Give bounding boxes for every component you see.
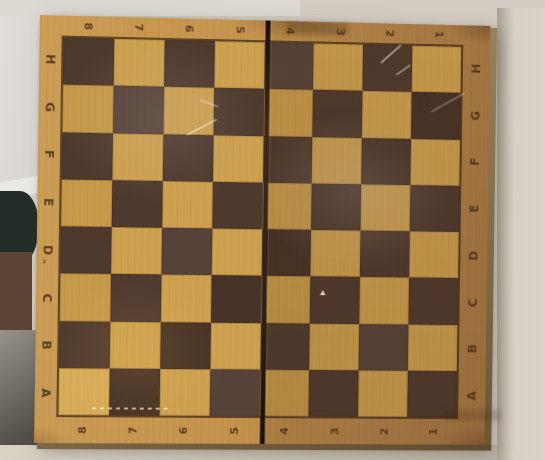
square-a5[interactable]	[209, 369, 259, 416]
square-e6[interactable]	[162, 181, 213, 229]
square-e4[interactable]	[262, 182, 312, 229]
square-h1[interactable]	[412, 46, 462, 93]
square-c8[interactable]	[60, 274, 111, 322]
square-e3[interactable]	[311, 183, 361, 230]
square-d7[interactable]	[111, 227, 162, 275]
square-c3[interactable]	[310, 277, 360, 324]
square-b3[interactable]	[309, 323, 359, 370]
photo-background: - 8877665544332211HHGGFFEEDDCCBBAA	[0, 0, 545, 460]
worn-edge-dots	[92, 407, 171, 409]
chessboard: - 8877665544332211HHGGFFEEDDCCBBAA	[34, 15, 490, 445]
rank-label-bottom-2: 2	[377, 428, 390, 436]
rank-label-top-3: 3	[333, 28, 346, 36]
file-label-right-c: C	[466, 298, 480, 307]
file-label-left-d: D	[41, 245, 55, 255]
square-b2[interactable]	[359, 324, 409, 371]
square-g7[interactable]	[113, 86, 164, 134]
square-b4[interactable]	[260, 323, 310, 370]
file-label-right-d: D	[467, 251, 481, 261]
square-f2[interactable]	[361, 138, 411, 185]
rank-label-top-6: 6	[183, 25, 196, 33]
background-right-shadow	[497, 8, 545, 460]
file-label-right-b: B	[466, 345, 480, 354]
square-a3[interactable]	[309, 370, 359, 417]
square-d8[interactable]	[60, 226, 111, 274]
rank-label-bottom-8: 8	[75, 426, 88, 434]
square-c7[interactable]	[110, 274, 161, 322]
square-b5[interactable]	[210, 322, 260, 369]
rank-label-bottom-7: 7	[126, 427, 139, 435]
square-b1[interactable]	[408, 324, 458, 371]
file-label-left-e: E	[41, 198, 55, 206]
rank-label-top-7: 7	[132, 23, 145, 31]
rank-label-top-1: 1	[432, 31, 445, 39]
square-h3[interactable]	[313, 43, 363, 91]
square-f7[interactable]	[112, 133, 163, 181]
background-top-strip	[0, 0, 300, 16]
file-label-left-c: C	[40, 293, 54, 302]
board-side-face-right	[485, 28, 497, 447]
rank-label-bottom-1: 1	[427, 428, 440, 436]
file-label-left-b: B	[39, 341, 53, 350]
rank-label-bottom-4: 4	[278, 427, 291, 435]
rank-label-top-2: 2	[383, 29, 396, 37]
file-label-left-a: A	[39, 389, 53, 398]
file-label-left-f: F	[42, 150, 56, 158]
square-g8[interactable]	[62, 85, 113, 133]
square-h5[interactable]	[214, 41, 264, 89]
square-f8[interactable]	[62, 132, 113, 180]
square-f3[interactable]	[312, 137, 362, 184]
square-e8[interactable]	[61, 179, 112, 227]
square-d4[interactable]	[261, 229, 311, 276]
square-e2[interactable]	[361, 184, 411, 231]
square-b6[interactable]	[160, 322, 211, 369]
rank-label-top-8: 8	[81, 22, 94, 30]
stain-mark	[444, 409, 502, 421]
square-c4[interactable]	[260, 276, 310, 323]
square-a4[interactable]	[259, 369, 309, 416]
square-c6[interactable]	[161, 275, 212, 322]
rank-label-bottom-3: 3	[328, 428, 341, 436]
square-f4[interactable]	[262, 136, 312, 184]
square-f1[interactable]	[411, 138, 461, 185]
file-label-right-h: H	[470, 63, 484, 73]
square-b8[interactable]	[59, 321, 110, 369]
square-h7[interactable]	[114, 39, 165, 87]
file-label-left-g: G	[43, 102, 57, 112]
rank-label-bottom-6: 6	[177, 427, 190, 435]
square-e7[interactable]	[112, 180, 163, 228]
rank-label-top-4: 4	[283, 27, 296, 35]
file-label-right-e: E	[468, 205, 482, 213]
square-d3[interactable]	[311, 230, 361, 277]
square-f5[interactable]	[213, 135, 263, 183]
square-h4[interactable]	[264, 42, 314, 90]
square-g3[interactable]	[313, 90, 363, 138]
square-b7[interactable]	[110, 321, 161, 368]
square-g6[interactable]	[163, 87, 214, 135]
file-label-right-a: A	[465, 391, 479, 400]
square-f6[interactable]	[163, 134, 214, 182]
square-c2[interactable]	[359, 277, 409, 324]
square-d6[interactable]	[161, 228, 212, 276]
square-h6[interactable]	[164, 40, 215, 88]
rank-label-top-5: 5	[233, 26, 246, 34]
square-g4[interactable]	[263, 89, 313, 137]
square-e5[interactable]	[212, 182, 262, 230]
square-e1[interactable]	[410, 185, 460, 232]
square-d2[interactable]	[360, 231, 410, 278]
square-c5[interactable]	[211, 275, 261, 322]
rank-label-bottom-5: 5	[227, 427, 240, 435]
square-h8[interactable]	[63, 38, 114, 86]
file-label-right-f: F	[468, 158, 482, 166]
square-a2[interactable]	[358, 370, 408, 417]
pencil-dash-mark: -	[38, 259, 51, 264]
square-g2[interactable]	[362, 91, 412, 138]
square-g5[interactable]	[213, 88, 263, 136]
file-label-left-h: H	[43, 54, 57, 64]
square-d5[interactable]	[211, 228, 261, 275]
background-brown-surface	[0, 252, 32, 340]
file-label-right-g: G	[469, 110, 483, 120]
square-c1[interactable]	[409, 278, 459, 325]
square-d1[interactable]	[409, 231, 459, 278]
